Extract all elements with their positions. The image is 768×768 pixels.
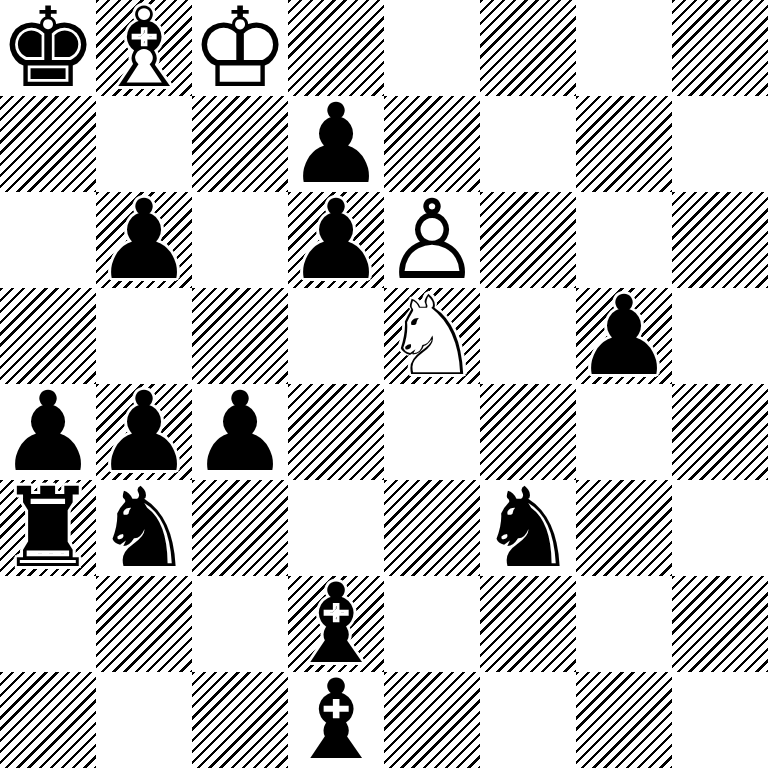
black-pawn-piece[interactable]: ♟ xyxy=(288,96,384,192)
black-pawn-piece[interactable]: ♟ xyxy=(96,192,192,288)
square-h3[interactable] xyxy=(672,480,768,576)
black-bishop-icon: ♝ xyxy=(288,672,384,768)
black-pawn-icon: ♟ xyxy=(576,288,672,384)
black-pawn-icon: ♟ xyxy=(288,192,384,288)
square-f2[interactable] xyxy=(480,576,576,672)
square-h5[interactable] xyxy=(672,288,768,384)
square-f5[interactable] xyxy=(480,288,576,384)
square-f1[interactable] xyxy=(480,672,576,768)
square-e6[interactable]: ♟♙ xyxy=(384,192,480,288)
square-a8[interactable]: ♚ xyxy=(0,0,96,96)
black-bishop-piece[interactable]: ♝ xyxy=(288,576,384,672)
black-bishop-icon: ♝ xyxy=(288,576,384,672)
black-knight-icon: ♞ xyxy=(480,480,576,576)
square-e7[interactable] xyxy=(384,96,480,192)
black-pawn-icon: ♟ xyxy=(96,192,192,288)
black-pawn-piece[interactable]: ♟ xyxy=(96,384,192,480)
square-c7[interactable] xyxy=(192,96,288,192)
square-b8[interactable]: ♝♗ xyxy=(96,0,192,96)
square-g2[interactable] xyxy=(576,576,672,672)
square-h8[interactable] xyxy=(672,0,768,96)
square-h4[interactable] xyxy=(672,384,768,480)
square-e4[interactable] xyxy=(384,384,480,480)
black-pawn-piece[interactable]: ♟ xyxy=(0,384,96,480)
square-g6[interactable] xyxy=(576,192,672,288)
square-g5[interactable]: ♟ xyxy=(576,288,672,384)
square-h1[interactable] xyxy=(672,672,768,768)
square-c1[interactable] xyxy=(192,672,288,768)
black-pawn-piece[interactable]: ♟ xyxy=(192,384,288,480)
square-f4[interactable] xyxy=(480,384,576,480)
white-knight-piece[interactable]: ♞♘ xyxy=(384,288,480,384)
square-a5[interactable] xyxy=(0,288,96,384)
square-c3[interactable] xyxy=(192,480,288,576)
black-rook-piece[interactable]: ♜ xyxy=(0,480,96,576)
black-pawn-piece[interactable]: ♟ xyxy=(576,288,672,384)
square-a6[interactable] xyxy=(0,192,96,288)
square-d3[interactable] xyxy=(288,480,384,576)
white-bishop-icon: ♗ xyxy=(96,0,192,96)
square-h7[interactable] xyxy=(672,96,768,192)
black-pawn-icon: ♟ xyxy=(0,384,96,480)
square-c2[interactable] xyxy=(192,576,288,672)
black-pawn-icon: ♟ xyxy=(288,96,384,192)
square-b4[interactable]: ♟ xyxy=(96,384,192,480)
white-bishop-piece[interactable]: ♝♗ xyxy=(96,0,192,96)
square-b2[interactable] xyxy=(96,576,192,672)
square-a1[interactable] xyxy=(0,672,96,768)
black-pawn-icon: ♟ xyxy=(96,384,192,480)
square-a3[interactable]: ♜ xyxy=(0,480,96,576)
square-d7[interactable]: ♟ xyxy=(288,96,384,192)
square-g1[interactable] xyxy=(576,672,672,768)
square-g4[interactable] xyxy=(576,384,672,480)
black-knight-icon: ♞ xyxy=(96,480,192,576)
square-g8[interactable] xyxy=(576,0,672,96)
square-g3[interactable] xyxy=(576,480,672,576)
black-king-icon: ♚ xyxy=(0,0,96,96)
square-e8[interactable] xyxy=(384,0,480,96)
square-a2[interactable] xyxy=(0,576,96,672)
square-d4[interactable] xyxy=(288,384,384,480)
chess-board: ♚♝♗♚♔♟♟♟♟♙♞♘♟♟♟♟♜♞♞♝♝ xyxy=(0,0,768,768)
square-g7[interactable] xyxy=(576,96,672,192)
square-b7[interactable] xyxy=(96,96,192,192)
square-b6[interactable]: ♟ xyxy=(96,192,192,288)
black-rook-icon: ♜ xyxy=(0,480,96,576)
square-e1[interactable] xyxy=(384,672,480,768)
square-e3[interactable] xyxy=(384,480,480,576)
square-h2[interactable] xyxy=(672,576,768,672)
black-knight-piece[interactable]: ♞ xyxy=(96,480,192,576)
square-c6[interactable] xyxy=(192,192,288,288)
square-b3[interactable]: ♞ xyxy=(96,480,192,576)
square-h6[interactable] xyxy=(672,192,768,288)
square-a4[interactable]: ♟ xyxy=(0,384,96,480)
white-king-icon: ♔ xyxy=(192,0,288,96)
white-knight-icon: ♘ xyxy=(384,288,480,384)
black-bishop-piece[interactable]: ♝ xyxy=(288,672,384,768)
square-f6[interactable] xyxy=(480,192,576,288)
square-f3[interactable]: ♞ xyxy=(480,480,576,576)
square-b5[interactable] xyxy=(96,288,192,384)
square-c8[interactable]: ♚♔ xyxy=(192,0,288,96)
white-pawn-icon: ♙ xyxy=(384,192,480,288)
black-king-piece[interactable]: ♚ xyxy=(0,0,96,96)
square-a7[interactable] xyxy=(0,96,96,192)
square-f8[interactable] xyxy=(480,0,576,96)
square-d5[interactable] xyxy=(288,288,384,384)
white-pawn-piece[interactable]: ♟♙ xyxy=(384,192,480,288)
square-d1[interactable]: ♝ xyxy=(288,672,384,768)
square-c5[interactable] xyxy=(192,288,288,384)
black-pawn-icon: ♟ xyxy=(192,384,288,480)
square-e2[interactable] xyxy=(384,576,480,672)
black-knight-piece[interactable]: ♞ xyxy=(480,480,576,576)
square-b1[interactable] xyxy=(96,672,192,768)
square-d6[interactable]: ♟ xyxy=(288,192,384,288)
square-e5[interactable]: ♞♘ xyxy=(384,288,480,384)
square-d2[interactable]: ♝ xyxy=(288,576,384,672)
black-pawn-piece[interactable]: ♟ xyxy=(288,192,384,288)
square-d8[interactable] xyxy=(288,0,384,96)
square-f7[interactable] xyxy=(480,96,576,192)
white-king-piece[interactable]: ♚♔ xyxy=(192,0,288,96)
square-c4[interactable]: ♟ xyxy=(192,384,288,480)
